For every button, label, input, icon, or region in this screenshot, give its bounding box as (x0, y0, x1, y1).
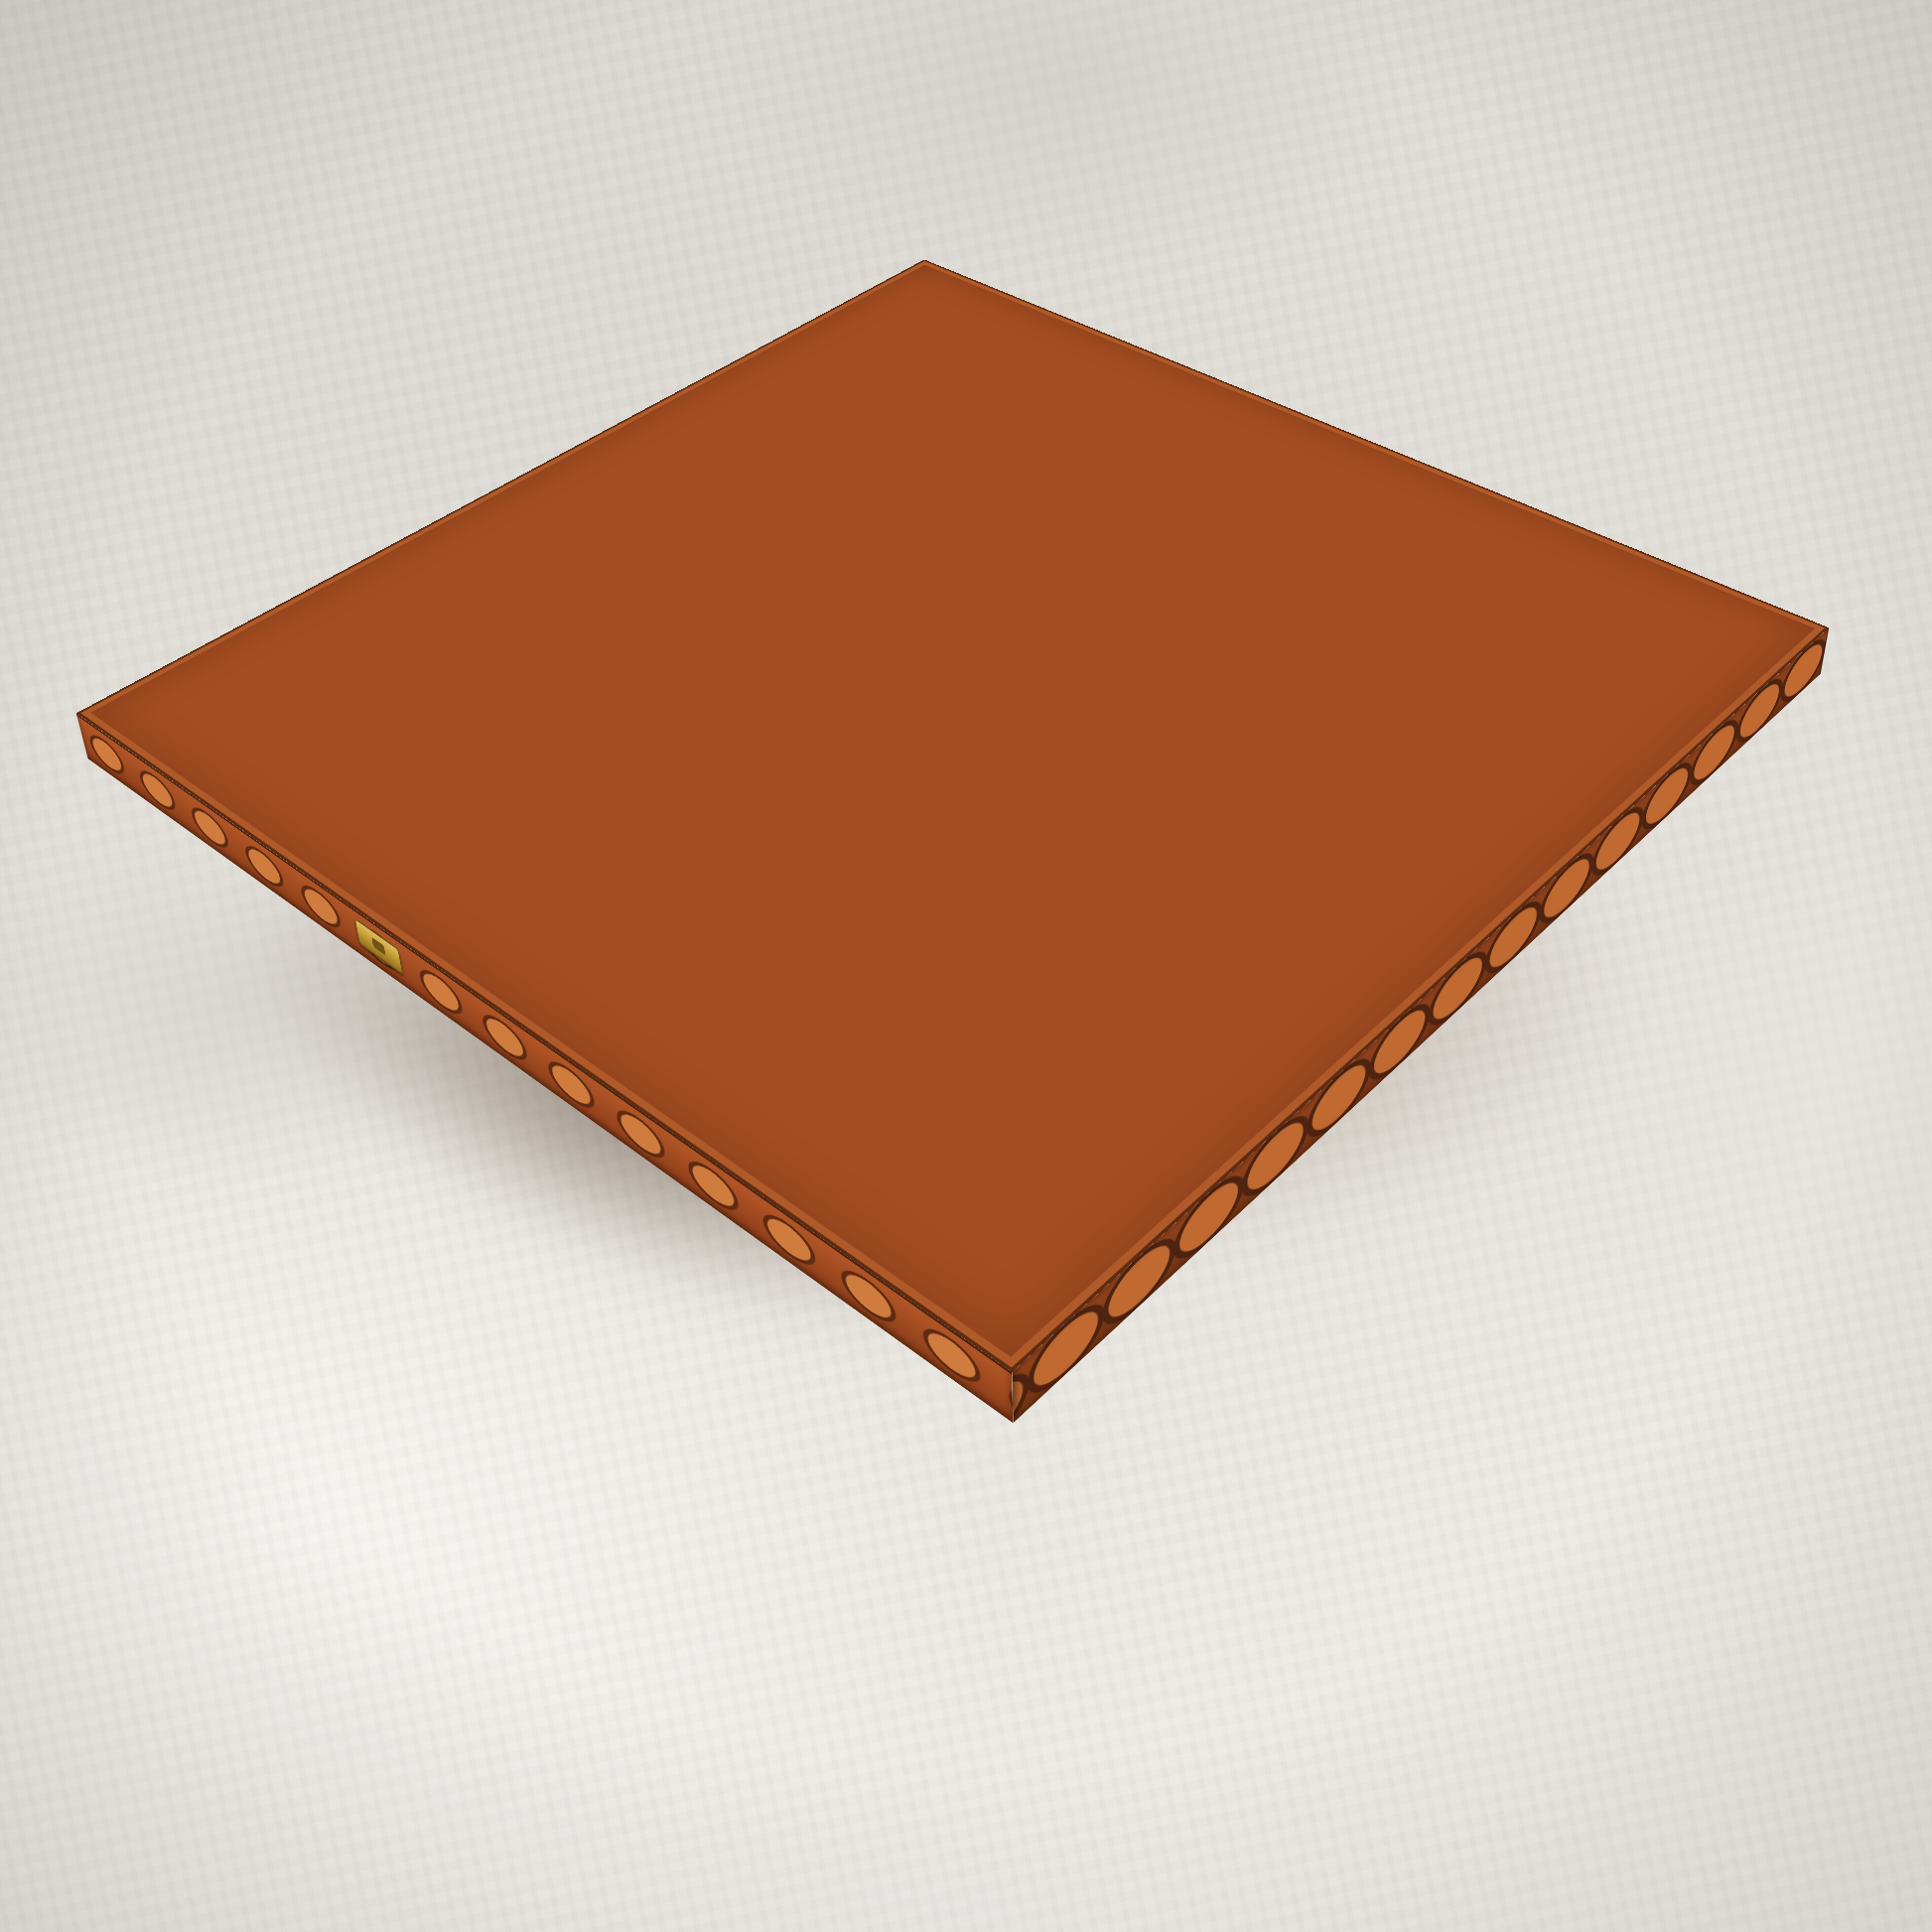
photo-stage (0, 0, 1932, 1932)
pieces-layer (76, 259, 1829, 1372)
chess-board (76, 259, 1829, 1372)
scene-3d (0, 0, 1932, 1932)
